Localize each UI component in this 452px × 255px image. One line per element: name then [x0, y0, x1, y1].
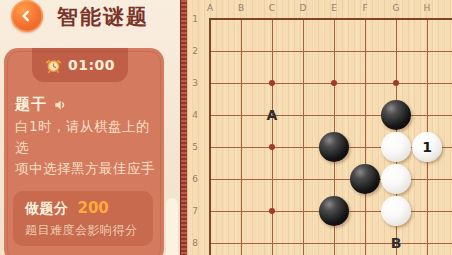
score-value: 200	[78, 199, 109, 217]
black-stone-E7	[319, 196, 349, 226]
coordinate-label-row-4: 4	[188, 109, 202, 121]
star-point-C7	[269, 208, 275, 214]
coordinate-label-row-7: 7	[188, 205, 202, 217]
coordinate-label-row-2: 2	[188, 45, 202, 57]
coordinate-label-col-E: E	[326, 2, 342, 14]
coordinate-label-col-H: H	[419, 2, 435, 14]
coordinate-label-row-3: 3	[188, 77, 202, 89]
star-point-E3	[331, 80, 337, 86]
white-stone-G7	[381, 196, 411, 226]
score-label: 做题分	[25, 200, 69, 218]
star-point-C3	[269, 80, 275, 86]
coordinate-label-col-A: A	[202, 2, 218, 14]
coordinate-label-row-1: 1	[188, 13, 202, 25]
coordinate-label-col-F: F	[357, 2, 373, 14]
coordinate-label-col-B: B	[233, 2, 249, 14]
score-card: 做题分 200 题目难度会影响得分	[13, 191, 153, 246]
go-board: ABCDEFGH12345678 1AB	[180, 0, 452, 255]
page-title: 智能谜题	[57, 4, 149, 30]
board-top-edge	[209, 18, 452, 20]
question-text: 白1时，请从棋盘上的选 项中选择黑方最佳应手	[15, 116, 164, 179]
question-text-line1: 白1时，请从棋盘上的选	[15, 116, 164, 158]
coordinate-label-col-C: C	[264, 2, 280, 14]
coordinate-label-col-D: D	[295, 2, 311, 14]
question-card: 01:00 题干 白1时，请从棋盘上的选 项中选择黑方最佳应手 做题分 200 …	[4, 48, 164, 255]
score-row: 做题分 200	[25, 199, 141, 218]
left-panel: 智能谜题 01:00 题干 白1时，请从	[0, 0, 180, 255]
score-note: 题目难度会影响得分	[25, 222, 141, 239]
coordinate-label-row-6: 6	[188, 173, 202, 185]
speaker-icon[interactable]	[53, 98, 67, 112]
white-stone-G5	[381, 132, 411, 162]
question-label-row: 题干	[15, 95, 67, 114]
option-marker-B[interactable]: B	[386, 233, 406, 253]
option-marker-A[interactable]: A	[262, 105, 282, 125]
star-point-G3	[393, 80, 399, 86]
alarm-clock-icon	[45, 57, 62, 74]
question-label: 题干	[15, 95, 47, 114]
board-spine-decoration	[180, 0, 188, 255]
panel-edge-decoration	[166, 198, 178, 255]
star-point-C5	[269, 144, 275, 150]
board-left-edge	[209, 18, 211, 255]
chevron-left-icon	[19, 9, 33, 23]
timer-badge: 01:00	[32, 48, 128, 82]
board-grid[interactable]: 1AB	[210, 19, 452, 255]
puzzle-screen: 智能谜题 01:00 题干 白1时，请从	[0, 0, 452, 255]
move-number: 1	[412, 132, 442, 162]
coordinate-label-row-8: 8	[188, 237, 202, 249]
black-stone-G4	[381, 100, 411, 130]
white-stone-H5: 1	[412, 132, 442, 162]
coordinate-label-row-5: 5	[188, 141, 202, 153]
timer-value: 01:00	[68, 57, 115, 73]
black-stone-E5	[319, 132, 349, 162]
black-stone-F6	[350, 164, 380, 194]
back-button[interactable]	[11, 0, 43, 32]
question-text-line2: 项中选择黑方最佳应手	[15, 158, 164, 179]
coordinate-label-col-G: G	[388, 2, 404, 14]
white-stone-G6	[381, 164, 411, 194]
